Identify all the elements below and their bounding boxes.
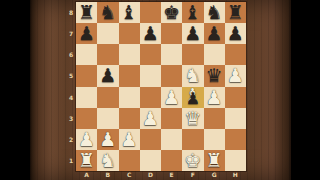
square-d3[interactable]: ♟ [140,108,161,129]
square-b1[interactable]: ♞ [97,150,118,171]
white-rook-piece[interactable]: ♜ [206,151,223,170]
square-a1[interactable]: ♜ [76,150,97,171]
square-a5[interactable] [76,65,97,86]
square-a7[interactable]: ♟ [76,23,97,44]
square-g5[interactable]: ♛ [204,65,225,86]
square-a3[interactable] [76,108,97,129]
black-queen-piece[interactable]: ♛ [206,66,223,85]
square-g3[interactable] [204,108,225,129]
square-g8[interactable]: ♞ [204,2,225,23]
square-d6[interactable] [140,44,161,65]
square-e4[interactable]: ♟ [161,87,182,108]
rank-label-5: 5 [67,65,75,86]
white-queen-piece[interactable]: ♛ [184,109,201,128]
white-king-piece[interactable]: ♚ [184,151,201,170]
square-f4[interactable]: ♝♟ [182,87,203,108]
black-pawn-piece[interactable]: ♟ [182,91,203,107]
square-b4[interactable] [97,87,118,108]
square-g2[interactable] [204,129,225,150]
square-f3[interactable]: ♛ [182,108,203,129]
black-pawn-piece[interactable]: ♟ [206,24,223,43]
rank-label-2: 2 [67,129,75,150]
square-f2[interactable] [182,129,203,150]
white-pawn-piece[interactable]: ♟ [99,130,116,149]
file-label-g: G [204,170,225,179]
square-g7[interactable]: ♟ [204,23,225,44]
square-h3[interactable] [225,108,246,129]
square-c2[interactable]: ♟ [119,129,140,150]
black-bishop-piece[interactable]: ♝ [184,3,201,22]
chess-board[interactable]: ♜♞♝♚♝♞♜♟♟♟♟♟♟♞♛♟♟♝♟♟♟♛♟♟♟♜♞♚♜ [76,2,246,171]
square-e7[interactable] [161,23,182,44]
white-pawn-piece[interactable]: ♟ [227,66,244,85]
file-label-d: D [140,170,161,179]
white-pawn-piece[interactable]: ♟ [163,88,180,107]
square-h5[interactable]: ♟ [225,65,246,86]
rank-label-7: 7 [67,23,75,44]
rank-label-4: 4 [67,87,75,108]
square-h6[interactable] [225,44,246,65]
square-c1[interactable] [119,150,140,171]
square-c4[interactable] [119,87,140,108]
square-d5[interactable] [140,65,161,86]
square-g4[interactable]: ♟ [204,87,225,108]
black-pawn-piece[interactable]: ♟ [78,24,95,43]
black-pawn-piece[interactable]: ♟ [142,24,159,43]
square-c7[interactable] [119,23,140,44]
square-h7[interactable]: ♟ [225,23,246,44]
black-knight-piece[interactable]: ♞ [99,3,116,22]
video-frame: 87654321 ♜♞♝♚♝♞♜♟♟♟♟♟♟♞♛♟♟♝♟♟♟♛♟♟♟♜♞♚♜ A… [0,0,320,180]
file-label-b: B [97,170,118,179]
square-f6[interactable] [182,44,203,65]
square-d4[interactable] [140,87,161,108]
rank-label-1: 1 [67,150,75,171]
square-b6[interactable] [97,44,118,65]
square-a8[interactable]: ♜ [76,2,97,23]
rank-label-8: 8 [67,2,75,23]
square-e3[interactable] [161,108,182,129]
square-d1[interactable] [140,150,161,171]
black-pawn-piece[interactable]: ♟ [99,66,116,85]
square-b8[interactable]: ♞ [97,2,118,23]
black-knight-piece[interactable]: ♞ [206,3,223,22]
square-d2[interactable] [140,129,161,150]
square-e1[interactable] [161,150,182,171]
file-label-h: H [225,170,246,179]
square-c3[interactable] [119,108,140,129]
square-a4[interactable] [76,87,97,108]
square-h8[interactable]: ♜ [225,2,246,23]
rank-label-6: 6 [67,44,75,65]
square-e5[interactable] [161,65,182,86]
white-pawn-piece[interactable]: ♟ [206,88,223,107]
square-h2[interactable] [225,129,246,150]
file-label-e: E [161,170,182,179]
square-a6[interactable] [76,44,97,65]
square-e8[interactable]: ♚ [161,2,182,23]
square-c5[interactable] [119,65,140,86]
square-d8[interactable] [140,2,161,23]
wood-frame: 87654321 ♜♞♝♚♝♞♜♟♟♟♟♟♟♞♛♟♟♝♟♟♟♛♟♟♟♜♞♚♜ A… [30,0,291,180]
square-e6[interactable] [161,44,182,65]
square-g1[interactable]: ♜ [204,150,225,171]
white-pawn-piece[interactable]: ♟ [142,109,159,128]
square-d7[interactable]: ♟ [140,23,161,44]
square-h1[interactable] [225,150,246,171]
square-c8[interactable]: ♝ [119,2,140,23]
square-f8[interactable]: ♝ [182,2,203,23]
black-pawn-piece[interactable]: ♟ [227,24,244,43]
black-pawn-piece[interactable]: ♟ [184,24,201,43]
square-e2[interactable] [161,129,182,150]
black-bishop-piece[interactable]: ♝ [121,3,138,22]
file-label-f: F [182,170,203,179]
square-b3[interactable] [97,108,118,129]
white-pawn-piece[interactable]: ♟ [121,130,138,149]
white-pawn-piece[interactable]: ♟ [78,130,95,149]
file-label-c: C [119,170,140,179]
square-b5[interactable]: ♟ [97,65,118,86]
square-b2[interactable]: ♟ [97,129,118,150]
square-g6[interactable] [204,44,225,65]
square-b7[interactable] [97,23,118,44]
white-knight-piece[interactable]: ♞ [99,151,116,170]
square-f7[interactable]: ♟ [182,23,203,44]
rank-labels: 87654321 [67,2,75,171]
rank-label-3: 3 [67,108,75,129]
square-c6[interactable] [119,44,140,65]
file-label-a: A [76,170,97,179]
square-f1[interactable]: ♚ [182,150,203,171]
black-king-piece[interactable]: ♚ [163,3,180,22]
black-rook-piece[interactable]: ♜ [227,3,244,22]
black-rook-piece[interactable]: ♜ [78,3,95,22]
file-labels: ABCDEFGH [76,170,246,179]
square-a2[interactable]: ♟ [76,129,97,150]
square-h4[interactable] [225,87,246,108]
white-rook-piece[interactable]: ♜ [78,151,95,170]
